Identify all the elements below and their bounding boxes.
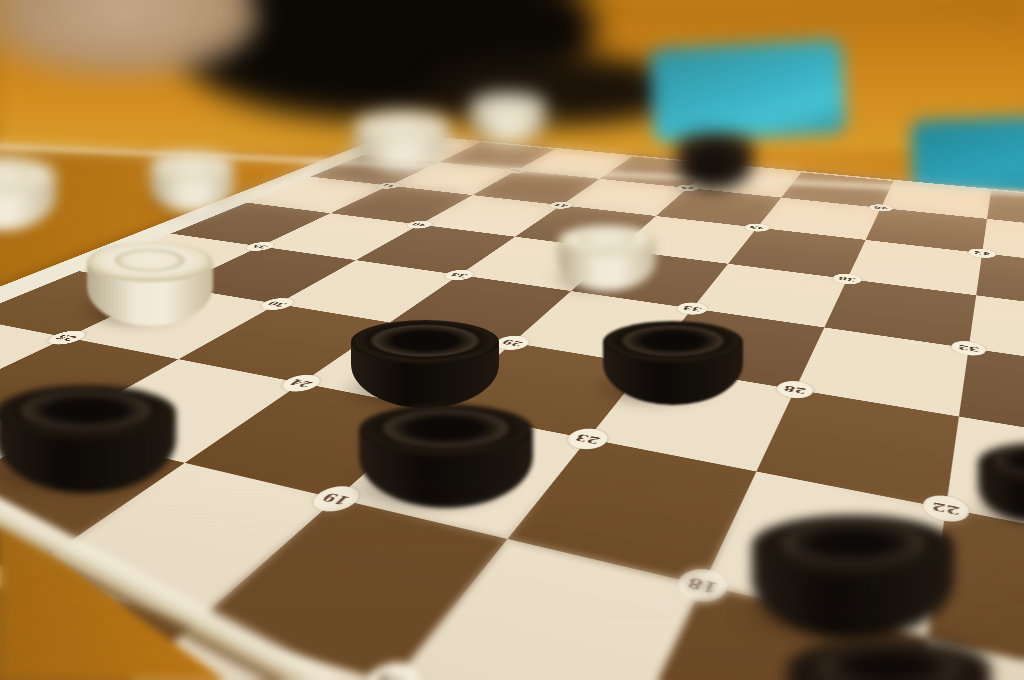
white-piece-square-39[interactable] bbox=[150, 152, 234, 212]
black-piece-square-19[interactable] bbox=[603, 321, 743, 405]
photo-scene: 5049484746454443424140393837363534333231… bbox=[0, 0, 1024, 680]
black-piece-square-18[interactable] bbox=[359, 404, 533, 508]
white-piece-square-34[interactable] bbox=[87, 242, 213, 326]
black-piece-square-42[interactable] bbox=[677, 133, 753, 189]
black-piece-square-8[interactable] bbox=[752, 515, 954, 639]
white-piece-square-44[interactable] bbox=[354, 111, 450, 171]
white-piece-square-48[interactable] bbox=[470, 93, 546, 143]
black-piece-square-12[interactable] bbox=[978, 443, 1024, 523]
black-piece-square-20[interactable] bbox=[0, 385, 176, 493]
pieces-layer bbox=[0, 0, 1024, 680]
white-piece-square-40[interactable] bbox=[0, 157, 56, 231]
white-piece-square-33[interactable] bbox=[558, 225, 656, 291]
black-piece-square-28[interactable] bbox=[351, 320, 499, 408]
black-piece-square-3[interactable] bbox=[787, 638, 991, 680]
